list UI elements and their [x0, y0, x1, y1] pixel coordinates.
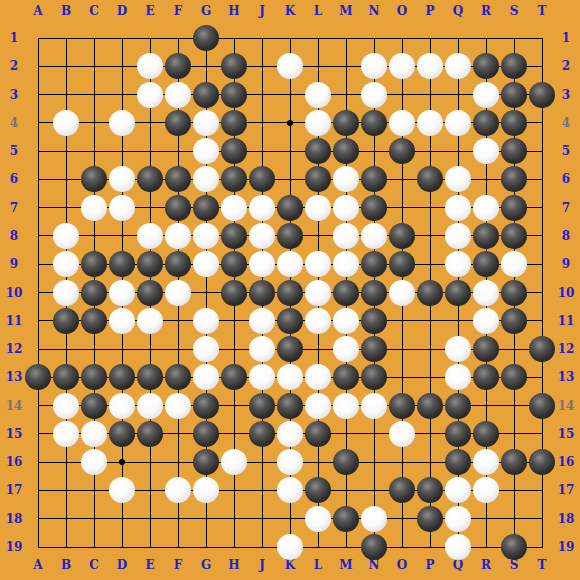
stone-black[interactable]	[501, 195, 527, 221]
coord-label-bottom: T	[538, 558, 547, 572]
stone-black[interactable]	[417, 477, 443, 503]
stone-white[interactable]	[305, 393, 331, 419]
coord-label-right: 17	[558, 483, 575, 497]
stone-white[interactable]	[81, 449, 107, 475]
coord-label-top: G	[201, 4, 211, 18]
stone-white[interactable]	[305, 82, 331, 108]
coord-label-right: 5	[562, 144, 570, 158]
coord-label-left: 4	[10, 116, 18, 130]
stone-white[interactable]	[193, 477, 219, 503]
coord-label-bottom: J	[259, 558, 265, 572]
stone-black[interactable]	[473, 53, 499, 79]
stone-white[interactable]	[277, 251, 303, 277]
stone-white[interactable]	[81, 421, 107, 447]
stone-black[interactable]	[529, 336, 555, 362]
stone-white[interactable]	[501, 251, 527, 277]
stone-black[interactable]	[137, 251, 163, 277]
stone-white[interactable]	[445, 251, 471, 277]
stone-white[interactable]	[277, 421, 303, 447]
stone-white[interactable]	[81, 195, 107, 221]
stone-black[interactable]	[249, 393, 275, 419]
stone-black[interactable]	[249, 166, 275, 192]
stone-white[interactable]	[305, 195, 331, 221]
stone-white[interactable]	[445, 477, 471, 503]
stone-white[interactable]	[361, 223, 387, 249]
coord-label-left: 13	[6, 370, 23, 384]
stone-white[interactable]	[277, 477, 303, 503]
stone-black[interactable]	[305, 138, 331, 164]
stone-black[interactable]	[193, 25, 219, 51]
stone-black[interactable]	[445, 449, 471, 475]
hoshi-point	[287, 120, 293, 126]
coord-label-top: O	[397, 4, 407, 18]
stone-white[interactable]	[193, 364, 219, 390]
stone-white[interactable]	[305, 110, 331, 136]
coord-label-right: 8	[562, 229, 570, 243]
coord-label-bottom: N	[369, 558, 380, 572]
stone-white[interactable]	[305, 308, 331, 334]
stone-white[interactable]	[305, 280, 331, 306]
stone-black[interactable]	[529, 393, 555, 419]
coord-label-left: 14	[6, 399, 23, 413]
coord-label-right: 6	[562, 172, 570, 186]
coord-label-right: 3	[562, 88, 570, 102]
coord-label-right: 2	[562, 59, 570, 73]
stone-black[interactable]	[389, 223, 415, 249]
coord-label-left: 6	[10, 172, 18, 186]
stone-white[interactable]	[305, 506, 331, 532]
stone-white[interactable]	[193, 110, 219, 136]
stone-white[interactable]	[333, 195, 359, 221]
stone-black[interactable]	[137, 166, 163, 192]
stone-white[interactable]	[417, 110, 443, 136]
stone-black[interactable]	[221, 280, 247, 306]
stone-white[interactable]	[249, 308, 275, 334]
grid-line-horizontal	[38, 94, 543, 95]
coord-label-bottom: H	[228, 558, 239, 572]
stone-black[interactable]	[333, 138, 359, 164]
stone-black[interactable]	[165, 53, 191, 79]
stone-white[interactable]	[53, 251, 79, 277]
stone-black[interactable]	[501, 280, 527, 306]
coord-label-top: B	[61, 4, 71, 18]
stone-white[interactable]	[53, 223, 79, 249]
stone-white[interactable]	[361, 393, 387, 419]
coord-label-left: 17	[6, 483, 23, 497]
stone-black[interactable]	[501, 223, 527, 249]
stone-white[interactable]	[277, 534, 303, 560]
stone-white[interactable]	[249, 223, 275, 249]
coord-label-right: 10	[558, 286, 575, 300]
stone-white[interactable]	[53, 421, 79, 447]
stone-black[interactable]	[109, 421, 135, 447]
stone-black[interactable]	[333, 506, 359, 532]
stone-black[interactable]	[193, 421, 219, 447]
stone-black[interactable]	[221, 138, 247, 164]
stone-black[interactable]	[277, 308, 303, 334]
stone-black[interactable]	[361, 110, 387, 136]
coord-label-right: 9	[562, 257, 570, 271]
stone-white[interactable]	[193, 166, 219, 192]
stone-white[interactable]	[333, 393, 359, 419]
coord-label-top: E	[145, 4, 154, 18]
stone-black[interactable]	[53, 308, 79, 334]
coord-label-right: 14	[558, 399, 575, 413]
stone-white[interactable]	[389, 280, 415, 306]
stone-white[interactable]	[473, 477, 499, 503]
stone-black[interactable]	[109, 251, 135, 277]
stone-black[interactable]	[249, 280, 275, 306]
coord-label-bottom: R	[481, 558, 491, 572]
coord-label-top: J	[259, 4, 265, 18]
stone-black[interactable]	[277, 393, 303, 419]
stone-white[interactable]	[53, 110, 79, 136]
coord-label-left: 9	[10, 257, 18, 271]
coord-label-bottom: S	[510, 558, 519, 572]
coord-label-top: P	[425, 4, 434, 18]
stone-white[interactable]	[249, 336, 275, 362]
stone-black[interactable]	[473, 364, 499, 390]
coord-label-bottom: A	[33, 558, 42, 572]
stone-white[interactable]	[137, 53, 163, 79]
coord-label-right: 7	[562, 201, 570, 215]
stone-black[interactable]	[333, 364, 359, 390]
stone-black[interactable]	[501, 308, 527, 334]
stone-white[interactable]	[389, 110, 415, 136]
stone-white[interactable]	[277, 364, 303, 390]
stone-white[interactable]	[193, 251, 219, 277]
stone-black[interactable]	[501, 53, 527, 79]
stone-black[interactable]	[193, 82, 219, 108]
stone-black[interactable]	[361, 534, 387, 560]
coord-label-right: 15	[558, 427, 575, 441]
stone-black[interactable]	[361, 364, 387, 390]
coord-label-top: C	[89, 4, 99, 18]
stone-white[interactable]	[473, 82, 499, 108]
stone-black[interactable]	[277, 195, 303, 221]
coord-label-left: 8	[10, 229, 18, 243]
stone-black[interactable]	[165, 251, 191, 277]
stone-white[interactable]	[389, 421, 415, 447]
stone-white[interactable]	[165, 393, 191, 419]
stone-black[interactable]	[361, 280, 387, 306]
stone-black[interactable]	[501, 110, 527, 136]
stone-black[interactable]	[277, 223, 303, 249]
coord-label-right: 16	[558, 455, 575, 469]
stone-black[interactable]	[473, 223, 499, 249]
stone-white[interactable]	[277, 53, 303, 79]
stone-black[interactable]	[501, 534, 527, 560]
stone-black[interactable]	[389, 393, 415, 419]
stone-black[interactable]	[81, 251, 107, 277]
stone-black[interactable]	[501, 138, 527, 164]
stone-white[interactable]	[305, 364, 331, 390]
stone-black[interactable]	[501, 166, 527, 192]
coord-label-left: 2	[10, 59, 18, 73]
stone-black[interactable]	[501, 82, 527, 108]
stone-white[interactable]	[53, 393, 79, 419]
stone-black[interactable]	[473, 110, 499, 136]
coord-label-left: 7	[10, 201, 18, 215]
coord-label-bottom: O	[397, 558, 407, 572]
stone-black[interactable]	[81, 364, 107, 390]
stone-white[interactable]	[53, 280, 79, 306]
stone-white[interactable]	[109, 166, 135, 192]
stone-black[interactable]	[221, 82, 247, 108]
stone-white[interactable]	[445, 534, 471, 560]
stone-white[interactable]	[445, 110, 471, 136]
stone-black[interactable]	[165, 110, 191, 136]
stone-white[interactable]	[109, 280, 135, 306]
coord-label-top: T	[538, 4, 547, 18]
stone-black[interactable]	[137, 280, 163, 306]
stone-white[interactable]	[333, 223, 359, 249]
stone-white[interactable]	[333, 166, 359, 192]
stone-white[interactable]	[361, 82, 387, 108]
stone-black[interactable]	[529, 82, 555, 108]
stone-black[interactable]	[501, 364, 527, 390]
stone-white[interactable]	[193, 336, 219, 362]
coord-label-left: 3	[10, 88, 18, 102]
stone-white[interactable]	[249, 251, 275, 277]
coord-label-left: 10	[6, 286, 23, 300]
stone-black[interactable]	[333, 280, 359, 306]
coord-label-left: 11	[6, 314, 23, 328]
grid-line-horizontal	[38, 151, 543, 152]
stone-white[interactable]	[445, 53, 471, 79]
coord-label-right: 13	[558, 370, 575, 384]
coord-label-bottom: M	[339, 558, 352, 572]
stone-white[interactable]	[249, 364, 275, 390]
stone-black[interactable]	[25, 364, 51, 390]
stone-black[interactable]	[389, 251, 415, 277]
stone-black[interactable]	[501, 449, 527, 475]
stone-black[interactable]	[445, 393, 471, 419]
stone-white[interactable]	[361, 506, 387, 532]
stone-black[interactable]	[165, 166, 191, 192]
coord-label-left: 12	[6, 342, 23, 356]
stone-white[interactable]	[109, 308, 135, 334]
stone-black[interactable]	[221, 251, 247, 277]
stone-black[interactable]	[417, 393, 443, 419]
stone-black[interactable]	[361, 251, 387, 277]
stone-white[interactable]	[109, 393, 135, 419]
stone-black[interactable]	[445, 421, 471, 447]
coord-label-top: K	[285, 4, 295, 18]
coord-label-left: 5	[10, 144, 18, 158]
coord-label-left: 16	[6, 455, 23, 469]
grid-line-horizontal	[38, 38, 543, 39]
stone-white[interactable]	[249, 195, 275, 221]
coord-label-top: H	[228, 4, 239, 18]
stone-white[interactable]	[473, 195, 499, 221]
stone-black[interactable]	[361, 308, 387, 334]
stone-white[interactable]	[165, 477, 191, 503]
coord-label-top: R	[481, 4, 491, 18]
stone-black[interactable]	[221, 364, 247, 390]
stone-black[interactable]	[81, 280, 107, 306]
stone-white[interactable]	[277, 449, 303, 475]
coord-label-bottom: C	[89, 558, 99, 572]
stone-black[interactable]	[165, 195, 191, 221]
stone-black[interactable]	[473, 421, 499, 447]
coord-label-bottom: E	[145, 558, 154, 572]
stone-black[interactable]	[193, 449, 219, 475]
coord-label-left: 1	[10, 31, 18, 45]
coord-label-right: 19	[558, 540, 575, 554]
coord-label-top: S	[510, 4, 519, 18]
stone-black[interactable]	[417, 506, 443, 532]
stone-white[interactable]	[389, 53, 415, 79]
coord-label-bottom: B	[61, 558, 71, 572]
stone-white[interactable]	[221, 449, 247, 475]
stone-black[interactable]	[221, 53, 247, 79]
stone-white[interactable]	[445, 166, 471, 192]
stone-white[interactable]	[193, 308, 219, 334]
stone-black[interactable]	[389, 138, 415, 164]
coord-label-right: 11	[558, 314, 575, 328]
stone-black[interactable]	[193, 393, 219, 419]
stone-black[interactable]	[277, 280, 303, 306]
stone-white[interactable]	[165, 82, 191, 108]
stone-black[interactable]	[249, 421, 275, 447]
stone-white[interactable]	[473, 308, 499, 334]
coord-label-top: A	[33, 4, 42, 18]
stone-black[interactable]	[81, 308, 107, 334]
stone-black[interactable]	[389, 477, 415, 503]
stone-black[interactable]	[81, 393, 107, 419]
stone-white[interactable]	[165, 223, 191, 249]
coord-label-top: D	[117, 4, 127, 18]
stone-black[interactable]	[221, 166, 247, 192]
grid-line-vertical	[38, 38, 39, 548]
go-board[interactable]: AABBCCDDEEFFGGHHJJKKLLMMNNOOPPQQRRSSTT11…	[0, 0, 580, 580]
stone-white[interactable]	[137, 393, 163, 419]
coord-label-top: L	[314, 4, 322, 18]
stone-black[interactable]	[417, 166, 443, 192]
stone-white[interactable]	[221, 195, 247, 221]
coord-label-bottom: G	[201, 558, 211, 572]
coord-label-right: 1	[562, 31, 570, 45]
stone-black[interactable]	[333, 449, 359, 475]
stone-white[interactable]	[361, 53, 387, 79]
stone-white[interactable]	[137, 223, 163, 249]
coord-label-top: M	[339, 4, 352, 18]
stone-black[interactable]	[417, 280, 443, 306]
coord-label-right: 4	[562, 116, 570, 130]
stone-black[interactable]	[193, 195, 219, 221]
stone-white[interactable]	[445, 223, 471, 249]
coord-label-bottom: Q	[453, 558, 463, 572]
hoshi-point	[119, 459, 125, 465]
stone-black[interactable]	[53, 364, 79, 390]
coord-label-bottom: D	[117, 558, 127, 572]
coord-label-top: N	[369, 4, 380, 18]
coord-label-bottom: K	[285, 558, 295, 572]
stone-white[interactable]	[109, 477, 135, 503]
stone-black[interactable]	[305, 477, 331, 503]
stone-black[interactable]	[109, 364, 135, 390]
stone-white[interactable]	[445, 364, 471, 390]
stone-white[interactable]	[137, 82, 163, 108]
stone-black[interactable]	[473, 336, 499, 362]
stone-white[interactable]	[445, 336, 471, 362]
coord-label-top: F	[174, 4, 183, 18]
stone-white[interactable]	[445, 506, 471, 532]
stone-white[interactable]	[305, 251, 331, 277]
stone-black[interactable]	[137, 421, 163, 447]
stone-black[interactable]	[361, 195, 387, 221]
stone-black[interactable]	[305, 166, 331, 192]
coord-label-left: 18	[6, 512, 23, 526]
stone-white[interactable]	[137, 308, 163, 334]
stone-white[interactable]	[193, 223, 219, 249]
stone-black[interactable]	[445, 280, 471, 306]
coord-label-bottom: L	[314, 558, 322, 572]
stone-black[interactable]	[529, 449, 555, 475]
stone-white[interactable]	[165, 280, 191, 306]
stone-black[interactable]	[473, 251, 499, 277]
stone-white[interactable]	[109, 110, 135, 136]
stone-white[interactable]	[333, 251, 359, 277]
coord-label-bottom: F	[174, 558, 183, 572]
stone-black[interactable]	[333, 110, 359, 136]
stone-black[interactable]	[361, 166, 387, 192]
stone-black[interactable]	[221, 110, 247, 136]
coord-label-top: Q	[453, 4, 463, 18]
stone-white[interactable]	[473, 449, 499, 475]
stone-black[interactable]	[165, 364, 191, 390]
coord-label-left: 19	[6, 540, 23, 554]
stone-white[interactable]	[333, 308, 359, 334]
stone-white[interactable]	[473, 280, 499, 306]
stone-white[interactable]	[333, 336, 359, 362]
stone-white[interactable]	[109, 195, 135, 221]
coord-label-right: 12	[558, 342, 575, 356]
coord-label-right: 18	[558, 512, 575, 526]
stone-black[interactable]	[277, 336, 303, 362]
stone-black[interactable]	[361, 336, 387, 362]
stone-black[interactable]	[137, 364, 163, 390]
stone-black[interactable]	[81, 166, 107, 192]
stone-white[interactable]	[193, 138, 219, 164]
stone-black[interactable]	[305, 421, 331, 447]
stone-white[interactable]	[417, 53, 443, 79]
coord-label-bottom: P	[425, 558, 434, 572]
stone-white[interactable]	[473, 138, 499, 164]
stone-white[interactable]	[445, 195, 471, 221]
stone-black[interactable]	[221, 223, 247, 249]
coord-label-left: 15	[6, 427, 23, 441]
